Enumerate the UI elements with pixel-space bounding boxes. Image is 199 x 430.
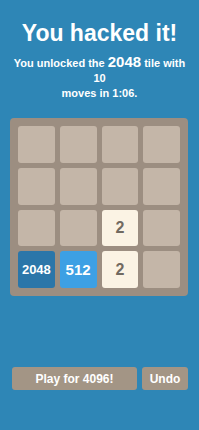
tile-2: 2 [102,210,139,247]
unlocked-tile-value: 2048 [108,53,141,70]
board-grid[interactable]: 220485122 [10,118,188,296]
play-next-level-button[interactable]: Play for 4096! [12,367,137,390]
tile-512: 512 [60,251,97,288]
empty-cell-r3c4 [143,210,180,247]
undo-button[interactable]: Undo [142,367,188,390]
empty-cell-r1c3 [102,126,139,163]
tile-2: 2 [102,251,139,288]
empty-cell-r3c2 [60,210,97,247]
empty-cell-r4c4 [143,251,180,288]
game-screen: You hacked it! You unlocked the 2048 til… [0,0,199,430]
empty-cell-r2c1 [18,168,55,205]
subtitle-line2: moves in 1:06. [62,87,138,99]
subtitle: You unlocked the 2048 tile with 10moves … [7,54,192,101]
subtitle-prefix: You unlocked the [14,57,108,69]
empty-cell-r2c3 [102,168,139,205]
empty-cell-r2c2 [60,168,97,205]
button-row: Play for 4096! Undo [12,367,188,390]
empty-cell-r2c4 [143,168,180,205]
page-title: You hacked it! [0,19,199,47]
empty-cell-r1c1 [18,126,55,163]
empty-cell-r1c4 [143,126,180,163]
empty-cell-r1c2 [60,126,97,163]
tile-2048: 2048 [18,251,55,288]
empty-cell-r3c1 [18,210,55,247]
